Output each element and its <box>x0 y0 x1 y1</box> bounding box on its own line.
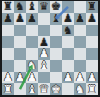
black-queen[interactable]: ♛ <box>39 1 49 12</box>
black-knight[interactable]: ♞ <box>15 1 25 12</box>
square-b5[interactable] <box>14 36 26 48</box>
board-frame: ♜♞♝♛♚♜♟♟♟♝♟♟♟♞♟♟♞♝♟♟♟♟♟♟♜♝♛♚♞♜ <box>0 0 100 97</box>
square-e5[interactable] <box>50 36 62 48</box>
square-h6[interactable] <box>86 25 98 37</box>
square-d8[interactable]: ♛ <box>38 1 50 13</box>
black-pawn[interactable]: ♟ <box>39 36 49 47</box>
black-pawn[interactable]: ♟ <box>15 13 25 24</box>
square-f6[interactable]: ♞ <box>62 25 74 37</box>
white-knight[interactable]: ♞ <box>27 60 37 71</box>
black-bishop[interactable]: ♝ <box>51 13 61 24</box>
square-b1[interactable] <box>14 83 26 95</box>
white-bishop[interactable]: ♝ <box>39 60 49 71</box>
square-h7[interactable]: ♟ <box>86 13 98 25</box>
square-c5[interactable] <box>26 36 38 48</box>
square-b2[interactable]: ♟ <box>14 72 26 84</box>
square-f4[interactable] <box>62 48 74 60</box>
square-e1[interactable]: ♚ <box>50 83 62 95</box>
square-h4[interactable] <box>86 48 98 60</box>
black-pawn[interactable]: ♟ <box>27 13 37 24</box>
square-a6[interactable] <box>2 25 14 37</box>
square-a4[interactable] <box>2 48 14 60</box>
square-b7[interactable]: ♟ <box>14 13 26 25</box>
square-g5[interactable] <box>74 36 86 48</box>
black-pawn[interactable]: ♟ <box>63 13 73 24</box>
square-a7[interactable]: ♟ <box>2 13 14 25</box>
black-bishop[interactable]: ♝ <box>27 1 37 12</box>
white-pawn[interactable]: ♟ <box>87 71 97 82</box>
white-pawn[interactable]: ♟ <box>75 71 85 82</box>
chess-board: ♜♞♝♛♚♜♟♟♟♝♟♟♟♞♟♟♞♝♟♟♟♟♟♟♜♝♛♚♞♜ <box>2 1 98 95</box>
white-bishop[interactable]: ♝ <box>27 83 37 94</box>
white-rook[interactable]: ♜ <box>3 83 13 94</box>
white-king[interactable]: ♚ <box>51 83 61 94</box>
black-king[interactable]: ♚ <box>51 1 61 12</box>
square-f5[interactable] <box>62 36 74 48</box>
white-pawn[interactable]: ♟ <box>3 71 13 82</box>
square-e3[interactable] <box>50 60 62 72</box>
white-pawn[interactable]: ♟ <box>27 71 37 82</box>
square-g7[interactable]: ♟ <box>74 13 86 25</box>
black-pawn[interactable]: ♟ <box>87 13 97 24</box>
white-queen[interactable]: ♛ <box>39 83 49 94</box>
black-knight[interactable]: ♞ <box>63 24 73 35</box>
square-g1[interactable]: ♞ <box>74 83 86 95</box>
square-e7[interactable]: ♝ <box>50 13 62 25</box>
square-d3[interactable]: ♝ <box>38 60 50 72</box>
square-c7[interactable]: ♟ <box>26 13 38 25</box>
square-a5[interactable] <box>2 36 14 48</box>
white-pawn[interactable]: ♟ <box>63 71 73 82</box>
black-rook[interactable]: ♜ <box>3 1 13 12</box>
black-pawn[interactable]: ♟ <box>3 13 13 24</box>
black-pawn[interactable]: ♟ <box>75 13 85 24</box>
white-pawn[interactable]: ♟ <box>15 71 25 82</box>
square-f2[interactable]: ♟ <box>62 72 74 84</box>
square-a1[interactable]: ♜ <box>2 83 14 95</box>
square-e4[interactable] <box>50 48 62 60</box>
white-knight[interactable]: ♞ <box>75 83 85 94</box>
square-h1[interactable]: ♜ <box>86 83 98 95</box>
square-g6[interactable] <box>74 25 86 37</box>
square-c1[interactable]: ♝ <box>26 83 38 95</box>
square-c6[interactable] <box>26 25 38 37</box>
square-b4[interactable] <box>14 48 26 60</box>
square-b6[interactable] <box>14 25 26 37</box>
square-d7[interactable] <box>38 13 50 25</box>
square-f1[interactable] <box>62 83 74 95</box>
square-e6[interactable] <box>50 25 62 37</box>
white-rook[interactable]: ♜ <box>87 83 97 94</box>
square-h5[interactable] <box>86 36 98 48</box>
white-pawn[interactable]: ♟ <box>39 48 49 59</box>
square-g4[interactable] <box>74 48 86 60</box>
black-rook[interactable]: ♜ <box>87 1 97 12</box>
square-d1[interactable]: ♛ <box>38 83 50 95</box>
